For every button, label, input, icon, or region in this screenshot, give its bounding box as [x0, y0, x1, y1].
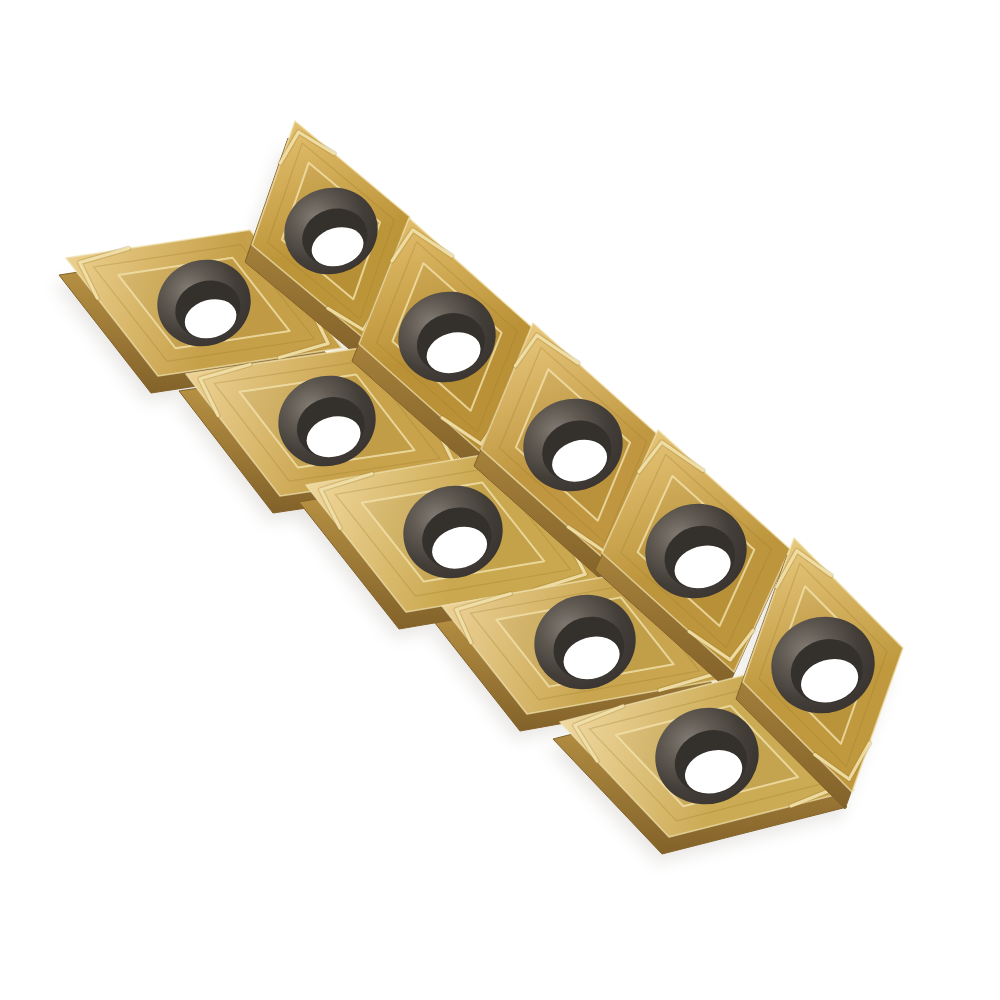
product-photo: [0, 0, 1000, 1000]
inserts-photo-svg: [0, 0, 1000, 1000]
